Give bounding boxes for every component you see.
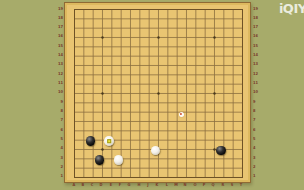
row-label-left-17: 17 — [56, 25, 63, 29]
screen: { "game": "go", "watermark": "iQIYI", "b… — [0, 0, 304, 190]
stone-black-C5 — [86, 136, 96, 146]
row-label-right-15: 15 — [253, 44, 260, 48]
col-label-A: A — [70, 183, 77, 187]
col-label-H: H — [135, 183, 142, 187]
row-label-right-2: 2 — [253, 165, 260, 169]
row-label-right-18: 18 — [253, 16, 260, 20]
row-label-left-8: 8 — [56, 109, 63, 113]
row-label-left-18: 18 — [56, 16, 63, 20]
row-label-left-19: 19 — [56, 7, 63, 11]
row-label-left-7: 7 — [56, 119, 63, 123]
row-label-left-11: 11 — [56, 81, 63, 85]
col-label-B: B — [79, 183, 86, 187]
row-label-left-2: 2 — [56, 165, 63, 169]
stone-white-F3 — [114, 155, 124, 165]
last-move-marker — [107, 139, 111, 143]
row-label-right-7: 7 — [253, 119, 260, 123]
row-label-left-14: 14 — [56, 53, 63, 57]
col-label-E: E — [107, 183, 114, 187]
row-label-left-1: 1 — [56, 175, 63, 179]
star-point — [213, 36, 215, 38]
row-label-right-1: 1 — [253, 175, 260, 179]
star-point — [213, 92, 215, 94]
col-label-P: P — [201, 183, 208, 187]
col-label-Q: Q — [210, 183, 217, 187]
stone-black-D3 — [95, 155, 105, 165]
row-label-left-9: 9 — [56, 100, 63, 104]
row-label-right-12: 12 — [253, 72, 260, 76]
row-label-right-6: 6 — [253, 128, 260, 132]
cursor-marker — [179, 112, 184, 117]
col-label-K: K — [154, 183, 161, 187]
row-label-left-16: 16 — [56, 35, 63, 39]
row-label-right-9: 9 — [253, 100, 260, 104]
col-label-S: S — [229, 183, 236, 187]
row-label-right-4: 4 — [253, 147, 260, 151]
stone-black-R4 — [216, 146, 226, 156]
col-label-R: R — [219, 183, 226, 187]
col-label-F: F — [117, 183, 124, 187]
col-label-M: M — [173, 183, 180, 187]
row-label-left-12: 12 — [56, 72, 63, 76]
row-label-left-13: 13 — [56, 63, 63, 67]
col-label-J: J — [145, 183, 152, 187]
star-point — [101, 36, 103, 38]
row-label-left-4: 4 — [56, 147, 63, 151]
col-label-G: G — [126, 183, 133, 187]
row-label-right-19: 19 — [253, 7, 260, 11]
star-point — [157, 92, 159, 94]
row-label-left-15: 15 — [56, 44, 63, 48]
col-label-D: D — [98, 183, 105, 187]
row-label-right-11: 11 — [253, 81, 260, 85]
row-label-left-10: 10 — [56, 91, 63, 95]
star-point — [101, 148, 103, 150]
row-label-right-16: 16 — [253, 35, 260, 39]
star-point — [157, 36, 159, 38]
col-label-C: C — [89, 183, 96, 187]
col-label-T: T — [238, 183, 245, 187]
cursor-dot — [180, 113, 182, 115]
star-point — [101, 92, 103, 94]
row-label-right-14: 14 — [253, 53, 260, 57]
iqiyi-watermark-logo: iQIYI — [279, 1, 304, 16]
col-label-L: L — [163, 183, 170, 187]
row-label-left-5: 5 — [56, 137, 63, 141]
row-label-right-17: 17 — [253, 25, 260, 29]
go-board[interactable] — [64, 2, 251, 183]
row-label-right-13: 13 — [253, 63, 260, 67]
row-label-right-5: 5 — [253, 137, 260, 141]
row-label-right-8: 8 — [253, 109, 260, 113]
row-label-left-3: 3 — [56, 156, 63, 160]
col-label-N: N — [182, 183, 189, 187]
col-label-O: O — [191, 183, 198, 187]
stone-white-E5 — [104, 136, 114, 146]
row-label-right-3: 3 — [253, 156, 260, 160]
row-label-right-10: 10 — [253, 91, 260, 95]
row-label-left-6: 6 — [56, 128, 63, 132]
